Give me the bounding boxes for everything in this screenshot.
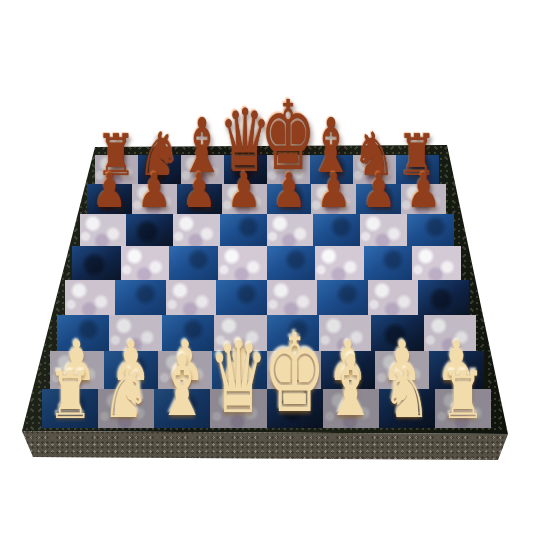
square-c4[interactable]	[166, 280, 217, 315]
square-h1[interactable]: ♜	[435, 389, 491, 428]
square-c5[interactable]	[169, 246, 218, 280]
square-d6[interactable]	[220, 214, 267, 246]
piece-dark-pawn-a7[interactable]: ♟	[92, 167, 126, 215]
square-a7[interactable]: ♟	[87, 184, 132, 214]
square-b1[interactable]: ♞	[98, 389, 154, 428]
square-e6[interactable]	[267, 214, 314, 246]
piece-light-bishop-f1[interactable]: ♝	[325, 344, 377, 428]
board-rank-1: ♜♞♝♛♚♝♞♜	[42, 389, 491, 428]
square-g4[interactable]	[368, 280, 419, 315]
square-b5[interactable]	[121, 246, 170, 280]
square-c1[interactable]: ♝	[154, 389, 210, 428]
square-b7[interactable]: ♟	[132, 184, 177, 214]
square-a4[interactable]	[65, 280, 116, 315]
square-e7[interactable]: ♟	[267, 184, 312, 214]
square-a5[interactable]	[72, 246, 121, 280]
square-h4[interactable]	[418, 280, 469, 315]
piece-light-rook-h1[interactable]: ♜	[441, 363, 486, 428]
piece-dark-pawn-c7[interactable]: ♟	[182, 167, 216, 215]
square-g5[interactable]	[364, 246, 413, 280]
square-a6[interactable]	[80, 214, 127, 246]
square-e1[interactable]: ♚	[267, 389, 323, 428]
piece-dark-pawn-e7[interactable]: ♟	[272, 167, 306, 215]
piece-dark-pawn-g7[interactable]: ♟	[362, 167, 396, 215]
board-rank-6	[80, 214, 454, 246]
square-d7[interactable]: ♟	[222, 184, 267, 214]
piece-dark-pawn-h7[interactable]: ♟	[407, 167, 441, 215]
piece-light-queen-d1[interactable]: ♛	[209, 329, 268, 428]
square-f1[interactable]: ♝	[323, 389, 379, 428]
square-a1[interactable]: ♜	[42, 389, 98, 428]
square-c7[interactable]: ♟	[177, 184, 222, 214]
square-c6[interactable]	[173, 214, 220, 246]
piece-light-rook-a1[interactable]: ♜	[48, 363, 93, 428]
square-b4[interactable]	[115, 280, 166, 315]
board-rank-5	[72, 246, 461, 280]
square-f6[interactable]	[313, 214, 360, 246]
square-h6[interactable]	[407, 214, 454, 246]
chess-set-photo: ♜♞♝♛♚♝♞♜♟♟♟♟♟♟♟♟♟♟♟♟♟♟♟♟♜♞♝♛♚♝♞♜	[0, 0, 533, 533]
piece-light-bishop-c1[interactable]: ♝	[156, 344, 208, 428]
square-f5[interactable]	[315, 246, 364, 280]
square-d4[interactable]	[216, 280, 267, 315]
square-d1[interactable]: ♛	[210, 389, 266, 428]
piece-dark-pawn-d7[interactable]: ♟	[227, 167, 261, 215]
square-h5[interactable]	[412, 246, 461, 280]
square-g1[interactable]: ♞	[379, 389, 435, 428]
square-b6[interactable]	[126, 214, 173, 246]
square-d5[interactable]	[218, 246, 267, 280]
piece-light-knight-g1[interactable]: ♞	[383, 361, 431, 429]
piece-light-king-e1[interactable]: ♚	[263, 320, 326, 429]
square-e5[interactable]	[267, 246, 316, 280]
square-h7[interactable]: ♟	[401, 184, 446, 214]
chess-board: ♜♞♝♛♚♝♞♜♟♟♟♟♟♟♟♟♟♟♟♟♟♟♟♟♜♞♝♛♚♝♞♜	[0, 155, 533, 428]
piece-dark-pawn-b7[interactable]: ♟	[137, 167, 171, 215]
square-g6[interactable]	[360, 214, 407, 246]
piece-light-knight-b1[interactable]: ♞	[102, 361, 150, 429]
piece-dark-pawn-f7[interactable]: ♟	[317, 167, 351, 215]
square-g7[interactable]: ♟	[356, 184, 401, 214]
square-f7[interactable]: ♟	[311, 184, 356, 214]
